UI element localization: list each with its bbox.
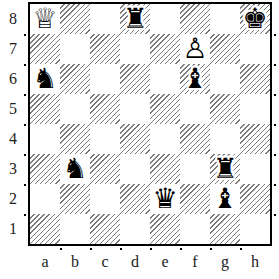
file-label-b: b — [60, 249, 90, 275]
square-a6: ♞ — [30, 64, 60, 94]
square-d6 — [120, 64, 150, 94]
square-h5 — [240, 94, 270, 124]
square-b3: ♞ — [60, 154, 90, 184]
square-g2: ♝ — [210, 184, 240, 214]
piece-black-queen: ♛ — [152, 184, 177, 214]
square-d4 — [120, 124, 150, 154]
rank-label-3: 3 — [0, 154, 26, 184]
file-labels: abcdefgh — [28, 249, 272, 275]
square-e6 — [150, 64, 180, 94]
square-c5 — [90, 94, 120, 124]
square-a1 — [30, 214, 60, 244]
piece-black-knight: ♞ — [32, 64, 57, 94]
square-d3 — [120, 154, 150, 184]
square-h1 — [240, 214, 270, 244]
square-c6 — [90, 64, 120, 94]
square-d2 — [120, 184, 150, 214]
square-g7 — [210, 34, 240, 64]
rank-labels: 87654321 — [0, 2, 26, 246]
file-label-a: a — [30, 249, 60, 275]
chess-board: ♕♜♚♙♞♝♞♜♛♝ — [28, 2, 272, 246]
square-e8 — [150, 4, 180, 34]
square-d5 — [120, 94, 150, 124]
piece-black-knight: ♞ — [62, 154, 87, 184]
piece-black-king: ♚ — [242, 4, 267, 34]
piece-black-bishop: ♝ — [182, 64, 207, 94]
square-a5 — [30, 94, 60, 124]
file-label-d: d — [120, 249, 150, 275]
square-b4 — [60, 124, 90, 154]
rank-label-4: 4 — [0, 124, 26, 154]
square-g6 — [210, 64, 240, 94]
square-f5 — [180, 94, 210, 124]
file-label-g: g — [210, 249, 240, 275]
square-b8 — [60, 4, 90, 34]
square-e5 — [150, 94, 180, 124]
square-e4 — [150, 124, 180, 154]
file-label-e: e — [150, 249, 180, 275]
square-f8 — [180, 4, 210, 34]
rank-label-8: 8 — [0, 4, 26, 34]
square-c4 — [90, 124, 120, 154]
border-ticks-left — [24, 6, 26, 244]
piece-white-queen: ♕ — [32, 4, 57, 34]
square-d8: ♜ — [120, 4, 150, 34]
square-a2 — [30, 184, 60, 214]
rank-label-5: 5 — [0, 94, 26, 124]
file-label-c: c — [90, 249, 120, 275]
square-h8: ♚ — [240, 4, 270, 34]
square-d1 — [120, 214, 150, 244]
file-label-f: f — [180, 249, 210, 275]
square-a3 — [30, 154, 60, 184]
square-f3 — [180, 154, 210, 184]
square-h4 — [240, 124, 270, 154]
square-h2 — [240, 184, 270, 214]
square-b1 — [60, 214, 90, 244]
square-e2: ♛ — [150, 184, 180, 214]
square-b6 — [60, 64, 90, 94]
square-a4 — [30, 124, 60, 154]
square-g8 — [210, 4, 240, 34]
piece-white-pawn: ♙ — [182, 34, 207, 64]
square-c7 — [90, 34, 120, 64]
square-f7: ♙ — [180, 34, 210, 64]
square-e1 — [150, 214, 180, 244]
square-c3 — [90, 154, 120, 184]
square-c2 — [90, 184, 120, 214]
rank-label-2: 2 — [0, 184, 26, 214]
rank-label-7: 7 — [0, 34, 26, 64]
square-d7 — [120, 34, 150, 64]
square-f4 — [180, 124, 210, 154]
square-c8 — [90, 4, 120, 34]
square-h6 — [240, 64, 270, 94]
rank-label-6: 6 — [0, 64, 26, 94]
square-f1 — [180, 214, 210, 244]
square-f2 — [180, 184, 210, 214]
square-b2 — [60, 184, 90, 214]
square-g5 — [210, 94, 240, 124]
square-a7 — [30, 34, 60, 64]
piece-black-bishop: ♝ — [212, 184, 237, 214]
chess-diagram: 87654321 ♕♜♚♙♞♝♞♜♛♝ abcdefgh — [0, 0, 279, 279]
rank-label-1: 1 — [0, 214, 26, 244]
piece-black-rook: ♜ — [212, 154, 237, 184]
square-b5 — [60, 94, 90, 124]
square-h7 — [240, 34, 270, 64]
square-g1 — [210, 214, 240, 244]
square-c1 — [90, 214, 120, 244]
square-b7 — [60, 34, 90, 64]
border-ticks-right — [274, 6, 276, 244]
square-a8: ♕ — [30, 4, 60, 34]
piece-black-rook: ♜ — [122, 4, 147, 34]
board-wrap: ♕♜♚♙♞♝♞♜♛♝ — [28, 2, 272, 246]
square-e7 — [150, 34, 180, 64]
square-e3 — [150, 154, 180, 184]
file-label-h: h — [240, 249, 270, 275]
square-g4 — [210, 124, 240, 154]
square-g3: ♜ — [210, 154, 240, 184]
square-h3 — [240, 154, 270, 184]
square-f6: ♝ — [180, 64, 210, 94]
